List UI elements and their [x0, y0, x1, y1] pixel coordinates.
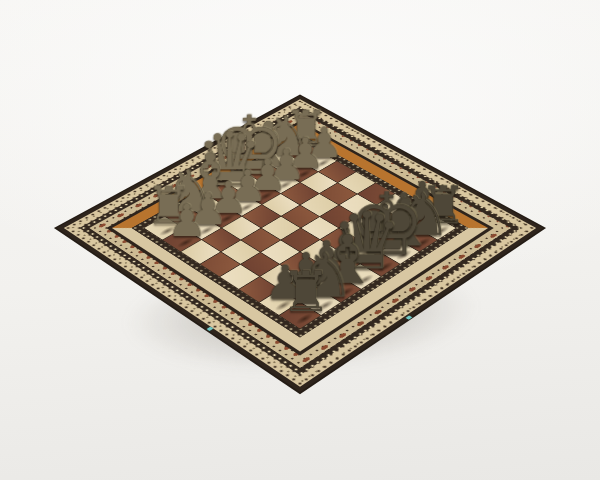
square-a5[interactable]	[200, 252, 239, 276]
piece-black-pawn[interactable]: ♟	[142, 199, 233, 244]
board-grid: ♜♞♝♛♚♝♞♜♟♟♟♟♟♟♟♟♟♟♟♟♟♟♟♟♜♞♝♛♚♝♞♜	[143, 140, 457, 330]
piece-white-rook[interactable]: ♜	[258, 264, 354, 320]
turquoise-inlay-chip	[207, 327, 214, 331]
square-a1[interactable]: ♜	[280, 303, 320, 329]
frame-innermost-dotted-band: ♜♞♝♛♚♝♞♜♟♟♟♟♟♟♟♟♟♟♟♟♟♟♟♟♜♞♝♛♚♝♞♜	[132, 134, 469, 338]
photo-backdrop: ♜♞♝♛♚♝♞♜♟♟♟♟♟♟♟♟♟♟♟♟♟♟♟♟♜♞♝♛♚♝♞♜	[0, 0, 600, 480]
square-a7[interactable]: ♟	[163, 228, 201, 251]
